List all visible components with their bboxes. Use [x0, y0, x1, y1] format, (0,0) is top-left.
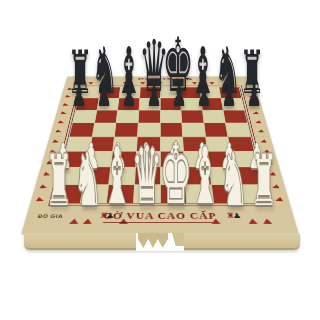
triangle-ornament	[60, 111, 68, 115]
clasp-tab	[172, 233, 184, 246]
white-king[interactable]: ♚	[160, 133, 192, 216]
black-pawn[interactable]: ♟	[196, 79, 211, 111]
white-knight[interactable]: ♞	[220, 142, 249, 216]
black-pawn[interactable]: ♟	[171, 79, 186, 111]
black-pawn[interactable]: ♟	[221, 79, 236, 111]
square-h5[interactable]	[226, 123, 250, 136]
white-bishop[interactable]: ♝	[190, 138, 220, 216]
white-knight[interactable]: ♞	[74, 142, 103, 216]
triangle-ornament	[256, 130, 264, 134]
black-pawn[interactable]: ♟	[71, 79, 86, 111]
black-pawn[interactable]: ♟	[146, 79, 161, 111]
white-queen[interactable]: ♛	[131, 136, 162, 216]
black-pawn[interactable]: ♟	[121, 79, 136, 111]
black-pawn[interactable]: ♟	[246, 79, 261, 111]
triangle-ornament	[254, 120, 262, 124]
clasp-teeth	[138, 233, 168, 248]
white-rook[interactable]: ♜	[45, 146, 72, 216]
white-rook[interactable]: ♜	[250, 146, 277, 216]
triangle-ornament	[36, 197, 46, 203]
pieces-layer: ♜♞♝♛♚♝♞♜♟♟♟♟♟♟♟♟♟♟♟♟♟♟♟♟♜♞♝♛♚♝♞♜	[0, 0, 320, 320]
triangle-ornament	[55, 130, 63, 134]
chess-set-photo: ♜♟CỜ VUA CAO CẤP♜♟ ĐỒ GIA ♜♟ CỜ VUA CAO …	[0, 0, 320, 320]
triangle-ornament	[58, 120, 66, 124]
white-bishop[interactable]: ♝	[102, 138, 132, 216]
clasp-notch	[136, 233, 184, 251]
black-pawn[interactable]: ♟	[96, 79, 111, 111]
square-a5[interactable]	[70, 123, 94, 136]
